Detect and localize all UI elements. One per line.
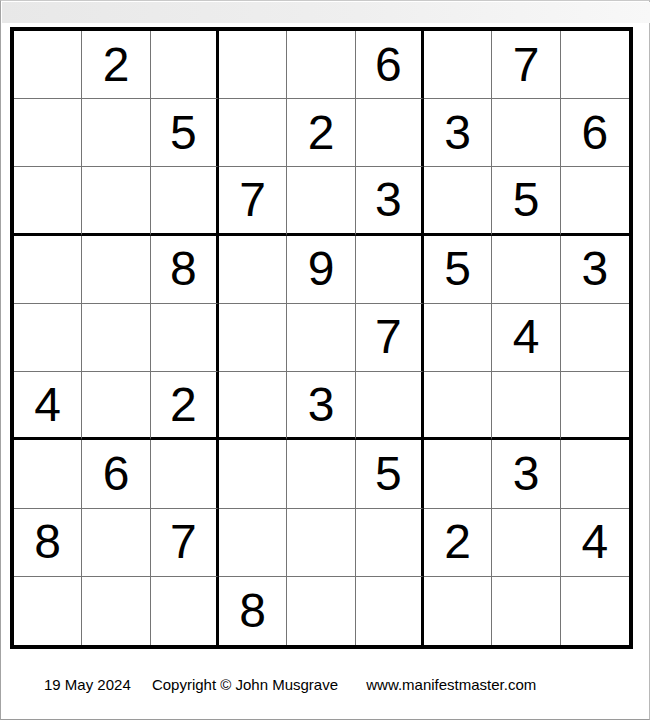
cell-r9c3 bbox=[151, 577, 219, 645]
cell-r4c4 bbox=[219, 236, 287, 304]
cell-r3c3 bbox=[151, 167, 219, 235]
cell-r8c5 bbox=[287, 509, 355, 577]
cell-r7c1 bbox=[14, 440, 82, 508]
cell-r9c5 bbox=[287, 577, 355, 645]
given-digit: 8 bbox=[34, 518, 61, 566]
given-digit: 6 bbox=[375, 41, 402, 89]
footer-website: www.manifestmaster.com bbox=[366, 676, 536, 693]
cell-r6c5: 3 bbox=[287, 372, 355, 440]
cell-r8c7: 2 bbox=[424, 509, 492, 577]
cell-r5c7 bbox=[424, 304, 492, 372]
cell-r7c6: 5 bbox=[356, 440, 424, 508]
cell-r1c3 bbox=[151, 31, 219, 99]
cell-r2c2 bbox=[82, 99, 150, 167]
cell-r3c2 bbox=[82, 167, 150, 235]
cell-r9c9 bbox=[561, 577, 629, 645]
cell-r3c1 bbox=[14, 167, 82, 235]
cell-r6c4 bbox=[219, 372, 287, 440]
cell-r7c2: 6 bbox=[82, 440, 150, 508]
cell-r6c3: 2 bbox=[151, 372, 219, 440]
cell-r5c4 bbox=[219, 304, 287, 372]
page-frame: 267523673589537442365387248 19 May 2024 … bbox=[0, 0, 650, 720]
cell-r8c4 bbox=[219, 509, 287, 577]
cell-r3c4: 7 bbox=[219, 167, 287, 235]
cell-r2c4 bbox=[219, 99, 287, 167]
footer-date: 19 May 2024 bbox=[44, 676, 131, 693]
cell-r3c5 bbox=[287, 167, 355, 235]
cell-r8c3: 7 bbox=[151, 509, 219, 577]
cell-r1c2: 2 bbox=[82, 31, 150, 99]
cell-r9c4: 8 bbox=[219, 577, 287, 645]
cell-r1c8: 7 bbox=[492, 31, 560, 99]
cell-r1c6: 6 bbox=[356, 31, 424, 99]
cell-r4c7: 5 bbox=[424, 236, 492, 304]
cell-r2c9: 6 bbox=[561, 99, 629, 167]
cell-r2c1 bbox=[14, 99, 82, 167]
cell-r6c9 bbox=[561, 372, 629, 440]
cell-r1c9 bbox=[561, 31, 629, 99]
cell-r5c1 bbox=[14, 304, 82, 372]
given-digit: 4 bbox=[513, 313, 540, 361]
cell-r7c7 bbox=[424, 440, 492, 508]
header-strip bbox=[2, 2, 650, 23]
cell-r9c1 bbox=[14, 577, 82, 645]
cell-r7c4 bbox=[219, 440, 287, 508]
cell-r2c7: 3 bbox=[424, 99, 492, 167]
given-digit: 7 bbox=[239, 176, 266, 224]
cell-r7c9 bbox=[561, 440, 629, 508]
cell-r1c1 bbox=[14, 31, 82, 99]
cell-r6c1: 4 bbox=[14, 372, 82, 440]
cell-r5c9 bbox=[561, 304, 629, 372]
cell-r5c6: 7 bbox=[356, 304, 424, 372]
given-digit: 5 bbox=[375, 450, 402, 498]
cell-r4c2 bbox=[82, 236, 150, 304]
cell-r2c3: 5 bbox=[151, 99, 219, 167]
cell-r6c6 bbox=[356, 372, 424, 440]
cell-r3c7 bbox=[424, 167, 492, 235]
cell-r8c2 bbox=[82, 509, 150, 577]
given-digit: 6 bbox=[581, 109, 608, 157]
cell-r7c5 bbox=[287, 440, 355, 508]
given-digit: 9 bbox=[308, 245, 335, 293]
sudoku-board: 267523673589537442365387248 bbox=[10, 27, 633, 649]
cell-r3c8: 5 bbox=[492, 167, 560, 235]
cell-r8c8 bbox=[492, 509, 560, 577]
footer: 19 May 2024 Copyright © John Musgrave ww… bbox=[44, 676, 536, 693]
given-digit: 2 bbox=[170, 381, 197, 429]
cell-r5c5 bbox=[287, 304, 355, 372]
cell-r1c7 bbox=[424, 31, 492, 99]
given-digit: 8 bbox=[170, 245, 197, 293]
cell-r2c6 bbox=[356, 99, 424, 167]
cell-r4c8 bbox=[492, 236, 560, 304]
cell-r1c5 bbox=[287, 31, 355, 99]
cell-r9c6 bbox=[356, 577, 424, 645]
given-digit: 2 bbox=[444, 518, 471, 566]
cell-r5c8: 4 bbox=[492, 304, 560, 372]
cell-r8c6 bbox=[356, 509, 424, 577]
given-digit: 7 bbox=[375, 313, 402, 361]
given-digit: 3 bbox=[375, 176, 402, 224]
given-digit: 4 bbox=[34, 381, 61, 429]
cell-r2c8 bbox=[492, 99, 560, 167]
given-digit: 7 bbox=[513, 41, 540, 89]
given-digit: 3 bbox=[308, 381, 335, 429]
cell-r8c9: 4 bbox=[561, 509, 629, 577]
cell-r4c5: 9 bbox=[287, 236, 355, 304]
cell-r3c9 bbox=[561, 167, 629, 235]
cell-r5c3 bbox=[151, 304, 219, 372]
given-digit: 5 bbox=[513, 176, 540, 224]
cell-r4c6 bbox=[356, 236, 424, 304]
given-digit: 2 bbox=[103, 41, 130, 89]
cell-r1c4 bbox=[219, 31, 287, 99]
cell-r3c6: 3 bbox=[356, 167, 424, 235]
cell-r6c8 bbox=[492, 372, 560, 440]
cell-r9c2 bbox=[82, 577, 150, 645]
cell-r4c9: 3 bbox=[561, 236, 629, 304]
footer-copyright: Copyright © John Musgrave bbox=[152, 676, 338, 693]
given-digit: 3 bbox=[513, 450, 540, 498]
given-digit: 5 bbox=[444, 245, 471, 293]
given-digit: 4 bbox=[581, 518, 608, 566]
cell-r9c8 bbox=[492, 577, 560, 645]
given-digit: 6 bbox=[103, 450, 130, 498]
cell-r8c1: 8 bbox=[14, 509, 82, 577]
given-digit: 3 bbox=[444, 109, 471, 157]
cell-r7c3 bbox=[151, 440, 219, 508]
cell-r4c3: 8 bbox=[151, 236, 219, 304]
given-digit: 5 bbox=[170, 109, 197, 157]
cell-r7c8: 3 bbox=[492, 440, 560, 508]
cell-r5c2 bbox=[82, 304, 150, 372]
cell-r2c5: 2 bbox=[287, 99, 355, 167]
cell-r4c1 bbox=[14, 236, 82, 304]
given-digit: 3 bbox=[581, 245, 608, 293]
given-digit: 7 bbox=[170, 518, 197, 566]
given-digit: 2 bbox=[308, 109, 335, 157]
cell-r6c2 bbox=[82, 372, 150, 440]
cell-r9c7 bbox=[424, 577, 492, 645]
cell-r6c7 bbox=[424, 372, 492, 440]
given-digit: 8 bbox=[239, 587, 266, 635]
